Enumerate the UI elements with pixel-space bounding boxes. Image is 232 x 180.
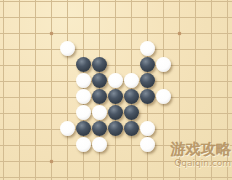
grid-line-horizontal bbox=[0, 161, 232, 162]
grid-line-vertical bbox=[51, 0, 52, 180]
white-stone bbox=[156, 57, 171, 72]
black-stone bbox=[124, 121, 139, 136]
grid-line-horizontal bbox=[0, 49, 232, 50]
black-stone bbox=[124, 89, 139, 104]
white-stone bbox=[76, 137, 91, 152]
grid-line-horizontal bbox=[0, 177, 232, 178]
grid-line-horizontal bbox=[0, 1, 232, 2]
white-stone bbox=[156, 89, 171, 104]
grid-line-horizontal bbox=[0, 33, 232, 34]
black-stone bbox=[140, 73, 155, 88]
white-stone bbox=[76, 105, 91, 120]
black-stone bbox=[124, 105, 139, 120]
black-stone bbox=[76, 121, 91, 136]
black-stone bbox=[108, 89, 123, 104]
white-stone bbox=[108, 73, 123, 88]
star-point bbox=[178, 32, 181, 35]
grid-line-vertical bbox=[195, 0, 196, 180]
white-stone bbox=[76, 73, 91, 88]
white-stone bbox=[92, 105, 107, 120]
grid-line-vertical bbox=[227, 0, 228, 180]
black-stone bbox=[92, 121, 107, 136]
grid-line-vertical bbox=[67, 0, 68, 180]
grid-line-vertical bbox=[19, 0, 20, 180]
grid-line-vertical bbox=[211, 0, 212, 180]
grid-line-horizontal bbox=[0, 145, 232, 146]
white-stone bbox=[60, 41, 75, 56]
black-stone bbox=[140, 57, 155, 72]
black-stone bbox=[92, 89, 107, 104]
white-stone bbox=[140, 137, 155, 152]
black-stone bbox=[92, 73, 107, 88]
game-screen: 游戏攻略 Qqaiqin.com bbox=[0, 0, 232, 180]
white-stone bbox=[76, 89, 91, 104]
white-stone bbox=[140, 121, 155, 136]
black-stone bbox=[108, 105, 123, 120]
black-stone bbox=[76, 57, 91, 72]
black-stone bbox=[92, 57, 107, 72]
white-stone bbox=[60, 121, 75, 136]
grid-line-vertical bbox=[179, 0, 180, 180]
white-stone bbox=[140, 41, 155, 56]
star-point bbox=[178, 160, 181, 163]
star-point bbox=[50, 32, 53, 35]
grid-line-horizontal bbox=[0, 17, 232, 18]
black-stone bbox=[108, 121, 123, 136]
gomoku-board[interactable] bbox=[0, 0, 232, 180]
star-point bbox=[50, 160, 53, 163]
white-stone bbox=[124, 73, 139, 88]
grid-line-horizontal bbox=[0, 65, 232, 66]
black-stone bbox=[140, 89, 155, 104]
grid-line-vertical bbox=[3, 0, 4, 180]
white-stone bbox=[92, 137, 107, 152]
grid-line-vertical bbox=[35, 0, 36, 180]
